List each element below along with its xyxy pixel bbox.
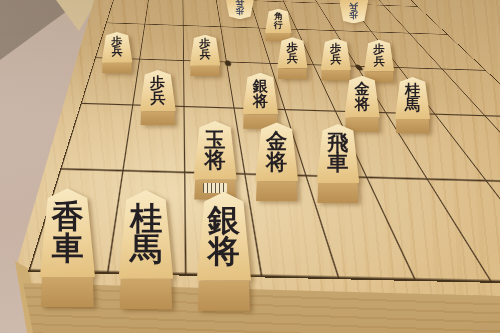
piece-kanji: 玉将 — [193, 121, 236, 180]
piece-kanji: 歩兵 — [190, 35, 221, 66]
shogi-piece-gold-sente[interactable]: 金将 — [255, 122, 298, 201]
piece-side-face — [278, 68, 307, 79]
piece-side-face — [198, 281, 250, 311]
shogi-piece-lance-sente[interactable]: 香車 — [40, 188, 95, 307]
piece-kanji: 桂馬 — [119, 190, 174, 279]
piece-side-face — [190, 66, 219, 77]
shogi-piece-pawn-sente[interactable]: 歩兵 — [190, 35, 221, 77]
shogi-piece-silver-sente[interactable]: 銀将 — [242, 73, 278, 129]
piece-kanji: 歩兵 — [140, 70, 176, 111]
shogi-photo-frame: 歩兵歩兵歩兵角行歩兵歩兵歩兵歩兵歩兵歩兵歩兵銀将金将桂馬歩兵玉将金将飛車香車桂馬… — [0, 0, 500, 333]
piece-side-face — [256, 181, 297, 201]
shogi-piece-pawn-sente[interactable]: 歩兵 — [321, 39, 351, 81]
piece-kanji: 角行 — [265, 9, 292, 33]
shogi-piece-pawn-gote[interactable]: 歩兵 — [225, 0, 255, 19]
piece-side-face — [140, 111, 175, 125]
piece-kanji: 金将 — [344, 76, 379, 118]
piece-side-face — [102, 63, 132, 74]
shogi-piece-silver-sente[interactable]: 銀将 — [197, 192, 251, 311]
shogi-piece-pawn-sente[interactable]: 歩兵 — [140, 70, 176, 126]
piece-kanji: 歩兵 — [277, 37, 307, 68]
piece-kanji: 飛車 — [317, 124, 360, 183]
piece-kanji: 桂馬 — [395, 77, 430, 119]
piece-side-face — [396, 119, 430, 133]
shogi-piece-pawn-sente[interactable]: 歩兵 — [277, 37, 307, 79]
pieces-layer: 歩兵歩兵歩兵角行歩兵歩兵歩兵歩兵歩兵歩兵歩兵銀将金将桂馬歩兵玉将金将飛車香車桂馬… — [0, 0, 500, 333]
piece-kanji: 歩兵 — [339, 0, 368, 23]
shogi-piece-pawn-sente[interactable]: 歩兵 — [102, 32, 133, 73]
shogi-piece-knight-sente[interactable]: 桂馬 — [119, 190, 174, 309]
shogi-piece-knight-sente[interactable]: 桂馬 — [395, 77, 430, 133]
piece-side-face — [41, 277, 94, 307]
piece-kanji: 歩兵 — [102, 32, 133, 63]
shogi-piece-pawn-gote[interactable]: 歩兵 — [339, 0, 368, 23]
piece-kanji: 歩兵 — [225, 0, 255, 19]
piece-kanji: 歩兵 — [321, 39, 351, 70]
piece-side-face — [317, 183, 358, 203]
piece-kanji: 銀将 — [242, 73, 278, 115]
shogi-piece-king-sente[interactable]: 玉将 — [193, 121, 236, 200]
shogi-piece-rook-sente[interactable]: 飛車 — [317, 124, 360, 203]
piece-kanji: 銀将 — [197, 192, 251, 281]
piece-kanji: 金将 — [255, 122, 298, 181]
piece-kanji: 香車 — [40, 188, 95, 277]
piece-side-face — [120, 279, 173, 309]
piece-kanji: 歩兵 — [364, 40, 394, 71]
